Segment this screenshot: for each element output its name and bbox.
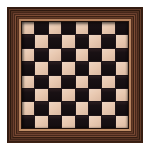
square-a4[interactable] [22,76,34,88]
square-e7[interactable] [76,35,88,47]
board-frame-right [128,7,143,143]
chess-board [7,7,143,143]
square-c4[interactable] [49,76,61,88]
square-e4[interactable] [76,76,88,88]
square-e1[interactable] [76,116,88,128]
square-h8[interactable] [116,22,128,34]
square-h2[interactable] [116,102,128,114]
square-c6[interactable] [49,49,61,61]
square-h4[interactable] [116,76,128,88]
square-b4[interactable] [35,76,47,88]
square-g5[interactable] [102,62,114,74]
square-d4[interactable] [62,76,74,88]
square-g3[interactable] [102,89,114,101]
square-e5[interactable] [76,62,88,74]
square-e8[interactable] [76,22,88,34]
square-d8[interactable] [62,22,74,34]
square-g7[interactable] [102,35,114,47]
square-d6[interactable] [62,49,74,61]
square-h5[interactable] [116,62,128,74]
square-b6[interactable] [35,49,47,61]
square-d5[interactable] [62,62,74,74]
square-d3[interactable] [62,89,74,101]
square-b2[interactable] [35,102,47,114]
square-d7[interactable] [62,35,74,47]
square-a6[interactable] [22,49,34,61]
square-c1[interactable] [49,116,61,128]
square-f3[interactable] [89,89,101,101]
square-f1[interactable] [89,116,101,128]
board-frame-bottom [7,128,143,143]
square-b1[interactable] [35,116,47,128]
square-h1[interactable] [116,116,128,128]
square-b7[interactable] [35,35,47,47]
square-d2[interactable] [62,102,74,114]
square-c2[interactable] [49,102,61,114]
board-frame-top [7,7,143,22]
square-a7[interactable] [22,35,34,47]
square-b3[interactable] [35,89,47,101]
square-d1[interactable] [62,116,74,128]
square-f7[interactable] [89,35,101,47]
square-h6[interactable] [116,49,128,61]
chessboard-photo [0,0,150,150]
square-e2[interactable] [76,102,88,114]
square-c7[interactable] [49,35,61,47]
square-f2[interactable] [89,102,101,114]
square-e3[interactable] [76,89,88,101]
square-g2[interactable] [102,102,114,114]
square-g4[interactable] [102,76,114,88]
board-grid [22,22,128,128]
square-f8[interactable] [89,22,101,34]
square-g1[interactable] [102,116,114,128]
board-frame-left [7,7,22,143]
square-a5[interactable] [22,62,34,74]
square-a1[interactable] [22,116,34,128]
square-f5[interactable] [89,62,101,74]
square-g6[interactable] [102,49,114,61]
square-g8[interactable] [102,22,114,34]
square-h7[interactable] [116,35,128,47]
square-f6[interactable] [89,49,101,61]
square-b8[interactable] [35,22,47,34]
square-a3[interactable] [22,89,34,101]
square-f4[interactable] [89,76,101,88]
square-b5[interactable] [35,62,47,74]
square-c5[interactable] [49,62,61,74]
square-e6[interactable] [76,49,88,61]
square-h3[interactable] [116,89,128,101]
square-a8[interactable] [22,22,34,34]
square-a2[interactable] [22,102,34,114]
square-c8[interactable] [49,22,61,34]
square-c3[interactable] [49,89,61,101]
